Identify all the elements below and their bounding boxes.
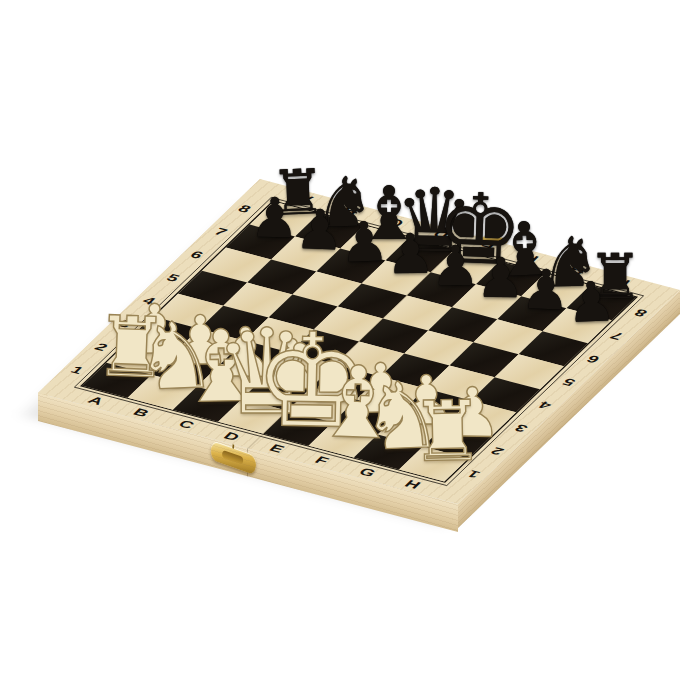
- rank-label-left-1: 1: [68, 364, 86, 375]
- piece-glyph: ♟: [565, 274, 616, 331]
- file-label-near-a: A: [85, 395, 106, 407]
- piece-glyph: ♜: [410, 389, 486, 473]
- fold-seam-side: [247, 448, 248, 476]
- rank-label-left-7: 7: [212, 226, 230, 237]
- rank-label-left-5: 5: [164, 272, 182, 283]
- piece-white-rook-h1[interactable]: ♜: [405, 389, 490, 474]
- rank-label-right-5: 5: [560, 377, 578, 388]
- clasp-slot: [222, 450, 243, 465]
- rank-label-left-6: 6: [188, 249, 206, 260]
- rank-label-right-3: 3: [512, 423, 530, 434]
- rank-label-right-4: 4: [536, 400, 554, 411]
- rank-label-right-6: 6: [584, 354, 602, 365]
- chess-set-product-photo: AA88BB77CC66DD55EE44FF33GG22HH11 ♜♞♝♛♚♝♞…: [0, 0, 700, 700]
- piece-black-pawn-h7[interactable]: ♟: [563, 274, 620, 331]
